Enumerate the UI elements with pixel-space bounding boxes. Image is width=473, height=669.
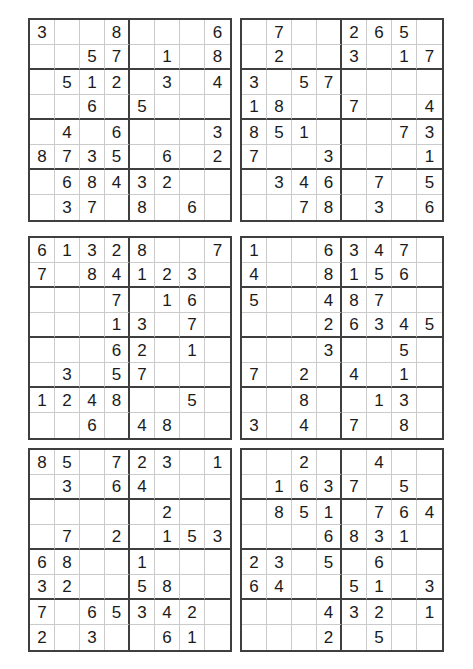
cell-r5c3: [80, 120, 105, 145]
cell-r8c4: [105, 413, 130, 438]
cell-r7c1: [242, 170, 267, 195]
cell-r4c7: [392, 95, 417, 120]
cell-r8c4: 8: [317, 195, 342, 220]
cell-r7c4: 4: [105, 170, 130, 195]
cell-r6c4: [105, 575, 130, 600]
cell-r2c7: 3: [180, 263, 205, 288]
cell-r7c8: [417, 388, 442, 413]
cell-r2c2: 2: [267, 45, 292, 70]
cell-r1c4: [317, 450, 342, 475]
cell-r1c7: [180, 238, 205, 263]
cell-r1c8: [417, 450, 442, 475]
cell-r2c4: 8: [317, 263, 342, 288]
cell-r4c1: [30, 313, 55, 338]
cell-r4c7: 5: [180, 525, 205, 550]
cell-r2c2: [55, 263, 80, 288]
cell-r1c1: 6: [30, 238, 55, 263]
cell-r3c5: [130, 288, 155, 313]
cell-r1c6: 4: [367, 450, 392, 475]
cell-r7c6: [155, 388, 180, 413]
cell-r5c8: [417, 550, 442, 575]
cell-r5c2: 4: [55, 120, 80, 145]
sudoku-grid-4: 16347481565487263453572418133478: [240, 236, 444, 440]
cell-r4c6: [367, 95, 392, 120]
cell-r8c8: [205, 195, 230, 220]
cell-r4c6: 3: [367, 525, 392, 550]
cell-r1c2: 5: [55, 450, 80, 475]
cell-r8c1: [30, 413, 55, 438]
cell-r3c7: [392, 70, 417, 95]
cell-r5c5: [130, 120, 155, 145]
cell-r7c5: [130, 388, 155, 413]
cell-r3c1: 3: [242, 70, 267, 95]
cell-r5c6: [155, 338, 180, 363]
cell-r1c4: 6: [317, 238, 342, 263]
cell-r8c7: [180, 413, 205, 438]
cell-r3c4: [105, 500, 130, 525]
cell-r1c1: [242, 20, 267, 45]
cell-r1c3: [80, 450, 105, 475]
cell-r4c8: 3: [205, 525, 230, 550]
sudoku-grid-3: 61328778412371613762135712485648: [28, 236, 232, 440]
cell-r8c4: [317, 413, 342, 438]
cell-r8c5: 7: [342, 413, 367, 438]
cell-r4c5: 7: [342, 95, 367, 120]
cell-r1c7: [180, 20, 205, 45]
cell-r2c3: [292, 45, 317, 70]
cell-r2c8: [417, 475, 442, 500]
cell-r3c1: [30, 70, 55, 95]
cell-r1c3: [292, 238, 317, 263]
cell-r4c2: [267, 313, 292, 338]
cell-r6c4: [317, 363, 342, 388]
cell-r4c1: 1: [242, 95, 267, 120]
cell-r5c8: [417, 338, 442, 363]
cell-r7c5: 3: [342, 600, 367, 625]
cell-r2c1: [30, 45, 55, 70]
cell-r6c7: [180, 363, 205, 388]
cell-r3c6: [367, 70, 392, 95]
cell-r2c8: [205, 475, 230, 500]
cell-r6c3: [80, 363, 105, 388]
cell-r1c6: 3: [155, 450, 180, 475]
cell-r5c1: [30, 120, 55, 145]
cell-r6c8: [205, 363, 230, 388]
cell-r6c1: 7: [242, 145, 267, 170]
cell-r6c1: 8: [30, 145, 55, 170]
cell-r3c5: [130, 70, 155, 95]
cell-r7c7: 2: [180, 600, 205, 625]
cell-r5c1: [30, 338, 55, 363]
cell-r3c1: [30, 288, 55, 313]
cell-r3c5: [342, 500, 367, 525]
cell-r6c3: [80, 575, 105, 600]
cell-r8c8: [205, 625, 230, 650]
cell-r4c6: 3: [367, 313, 392, 338]
sudoku-grid-5: 85723136427215368132587653422361: [28, 448, 232, 652]
cell-r4c5: [130, 525, 155, 550]
cell-r8c3: 7: [292, 195, 317, 220]
cell-r6c1: 6: [242, 575, 267, 600]
cell-r7c7: 3: [392, 388, 417, 413]
cell-r3c3: [80, 500, 105, 525]
cell-r4c8: [205, 313, 230, 338]
cell-r1c7: [392, 450, 417, 475]
cell-r5c4: 3: [317, 338, 342, 363]
cell-r6c6: 8: [155, 575, 180, 600]
cell-r3c7: [180, 500, 205, 525]
cell-r5c1: 8: [242, 120, 267, 145]
cell-r4c2: [55, 95, 80, 120]
cell-r4c2: 8: [267, 95, 292, 120]
cell-r5c6: [367, 120, 392, 145]
cell-r6c5: 4: [342, 363, 367, 388]
cell-r3c3: [292, 288, 317, 313]
cell-r6c1: 7: [242, 363, 267, 388]
cell-r7c2: 6: [55, 170, 80, 195]
cell-r4c1: [242, 313, 267, 338]
cell-r1c5: 2: [342, 20, 367, 45]
cell-r7c5: 3: [130, 170, 155, 195]
cell-r2c6: [367, 475, 392, 500]
cell-r1c6: [155, 20, 180, 45]
cell-r3c8: [417, 70, 442, 95]
cell-r5c2: 3: [267, 550, 292, 575]
sudoku-grid-2: 72652317357187485173731346757836: [240, 18, 444, 222]
cell-r7c7: 5: [180, 388, 205, 413]
cell-r4c3: 6: [80, 95, 105, 120]
cell-r8c5: [342, 625, 367, 650]
cell-r1c1: 8: [30, 450, 55, 475]
cell-r2c5: 1: [342, 263, 367, 288]
cell-r8c1: [242, 625, 267, 650]
cell-r2c1: 7: [30, 263, 55, 288]
cell-r3c4: 2: [105, 70, 130, 95]
cell-r1c1: 1: [242, 238, 267, 263]
cell-r5c5: 1: [130, 550, 155, 575]
cell-r5c8: [205, 338, 230, 363]
cell-r7c1: 1: [30, 388, 55, 413]
cell-r5c4: 6: [105, 120, 130, 145]
cell-r1c7: [180, 450, 205, 475]
cell-r5c1: 6: [30, 550, 55, 575]
cell-r5c5: 2: [130, 338, 155, 363]
cell-r6c2: 4: [267, 575, 292, 600]
cell-r6c2: 3: [55, 363, 80, 388]
cell-r1c5: [342, 450, 367, 475]
cell-r3c2: [55, 288, 80, 313]
cell-r1c6: 6: [367, 20, 392, 45]
cell-r2c3: 5: [80, 45, 105, 70]
cell-r7c4: [317, 388, 342, 413]
cell-r5c3: 1: [292, 120, 317, 145]
cell-r8c2: [267, 625, 292, 650]
cell-r3c2: 8: [267, 500, 292, 525]
cell-r4c2: [55, 313, 80, 338]
cell-r6c8: 3: [417, 575, 442, 600]
cell-r2c4: 3: [317, 475, 342, 500]
cell-r5c3: [80, 338, 105, 363]
cell-r1c2: [267, 450, 292, 475]
cell-r6c4: [317, 575, 342, 600]
cell-r4c3: [292, 95, 317, 120]
sudoku-grid-1: 38657185123465463873562684323786: [28, 18, 232, 222]
cell-r8c3: [292, 625, 317, 650]
cell-r4c5: 6: [342, 313, 367, 338]
cell-r4c6: [155, 313, 180, 338]
cell-r3c6: 3: [155, 70, 180, 95]
cell-r2c4: 4: [105, 263, 130, 288]
cell-r4c7: 4: [392, 313, 417, 338]
cell-r8c5: 8: [130, 195, 155, 220]
cell-r1c2: 7: [267, 20, 292, 45]
cell-r4c5: 5: [130, 95, 155, 120]
cell-r5c2: [267, 338, 292, 363]
cell-r3c7: [392, 288, 417, 313]
cell-r3c8: 4: [417, 500, 442, 525]
cell-r1c5: 8: [130, 238, 155, 263]
cell-r8c4: [105, 625, 130, 650]
cell-r1c3: [292, 20, 317, 45]
cell-r4c2: 7: [55, 525, 80, 550]
cell-r2c5: 4: [130, 475, 155, 500]
cell-r8c3: 7: [80, 195, 105, 220]
cell-r5c3: [292, 338, 317, 363]
cell-r5c3: [80, 550, 105, 575]
cell-r8c7: 1: [180, 625, 205, 650]
cell-r2c3: 8: [80, 263, 105, 288]
cell-r5c6: [367, 338, 392, 363]
cell-r5c7: [392, 550, 417, 575]
cell-r4c8: 5: [417, 313, 442, 338]
cell-r7c2: 3: [267, 170, 292, 195]
cell-r5c3: [292, 550, 317, 575]
cell-r1c5: 3: [342, 238, 367, 263]
cell-r7c3: 4: [292, 170, 317, 195]
cell-r7c3: [292, 600, 317, 625]
cell-r4c8: 4: [417, 95, 442, 120]
cell-r8c6: [155, 195, 180, 220]
cell-r2c4: 6: [105, 475, 130, 500]
cell-r3c3: 5: [292, 500, 317, 525]
cell-r4c4: [317, 95, 342, 120]
cell-r8c6: 8: [155, 413, 180, 438]
cell-r8c1: 2: [30, 625, 55, 650]
cell-r8c3: 4: [292, 413, 317, 438]
cell-r5c6: [155, 550, 180, 575]
cell-r7c3: 4: [80, 388, 105, 413]
cell-r5c8: 3: [205, 120, 230, 145]
cell-r6c1: 3: [30, 575, 55, 600]
cell-r6c6: [155, 363, 180, 388]
cell-r8c2: [55, 625, 80, 650]
cell-r4c6: 1: [155, 525, 180, 550]
cell-r4c3: [80, 525, 105, 550]
cell-r4c4: [105, 95, 130, 120]
cell-r3c1: 5: [242, 288, 267, 313]
cell-r2c6: 2: [155, 263, 180, 288]
cell-r5c7: 7: [392, 120, 417, 145]
cell-r5c2: [55, 338, 80, 363]
cell-r2c1: [242, 475, 267, 500]
cell-r6c5: 5: [342, 575, 367, 600]
cell-r2c4: 7: [105, 45, 130, 70]
cell-r4c3: [80, 313, 105, 338]
cell-r8c6: 6: [155, 625, 180, 650]
cell-r2c7: 6: [392, 263, 417, 288]
cell-r2c3: 6: [292, 475, 317, 500]
cell-r7c5: 3: [130, 600, 155, 625]
cell-r6c5: [130, 145, 155, 170]
cell-r5c5: [342, 550, 367, 575]
cell-r6c7: [392, 575, 417, 600]
cell-r6c6: 6: [155, 145, 180, 170]
cell-r1c4: 2: [105, 238, 130, 263]
cell-r6c3: [292, 145, 317, 170]
cell-r5c2: 8: [55, 550, 80, 575]
cell-r8c7: [392, 195, 417, 220]
cell-r5c1: 2: [242, 550, 267, 575]
cell-r5c4: [317, 120, 342, 145]
cell-r7c5: [342, 170, 367, 195]
cell-r4c1: [242, 525, 267, 550]
cell-r1c8: [417, 238, 442, 263]
cell-r1c7: 7: [392, 238, 417, 263]
cell-r2c6: [367, 45, 392, 70]
cell-r2c5: 7: [342, 475, 367, 500]
cell-r6c4: 5: [105, 363, 130, 388]
cell-r3c8: [417, 288, 442, 313]
cell-r7c6: 7: [367, 170, 392, 195]
cell-r1c8: 6: [205, 20, 230, 45]
cell-r2c8: 8: [205, 45, 230, 70]
cell-r1c6: 4: [367, 238, 392, 263]
cell-r5c5: [342, 338, 367, 363]
cell-r6c4: 5: [105, 145, 130, 170]
cell-r3c7: 6: [180, 288, 205, 313]
cell-r3c5: [130, 500, 155, 525]
cell-r2c7: [180, 45, 205, 70]
cell-r2c7: 5: [392, 475, 417, 500]
cell-r8c4: 2: [317, 625, 342, 650]
cell-r6c2: [267, 145, 292, 170]
cell-r4c5: 8: [342, 525, 367, 550]
cell-r3c6: 7: [367, 288, 392, 313]
cell-r8c7: [392, 625, 417, 650]
cell-r1c2: [55, 20, 80, 45]
cell-r4c4: 6: [317, 525, 342, 550]
cell-r4c3: [292, 313, 317, 338]
cell-r7c8: [205, 600, 230, 625]
cell-r2c6: 1: [155, 45, 180, 70]
cell-r6c7: 1: [392, 363, 417, 388]
cell-r6c5: 5: [130, 575, 155, 600]
cell-r7c1: 7: [30, 600, 55, 625]
cell-r5c6: 6: [367, 550, 392, 575]
cell-r6c8: [205, 575, 230, 600]
cell-r8c2: [267, 413, 292, 438]
cell-r3c1: [30, 500, 55, 525]
cell-r2c6: [155, 475, 180, 500]
cell-r6c4: 3: [317, 145, 342, 170]
cell-r3c2: [55, 500, 80, 525]
cell-r5c4: [105, 550, 130, 575]
cell-r6c6: [367, 363, 392, 388]
cell-r8c2: [267, 195, 292, 220]
sudoku-grid-6: 24163758517646831235664513432125: [240, 448, 444, 652]
cell-r7c8: 5: [417, 170, 442, 195]
cell-r7c3: 8: [80, 170, 105, 195]
cell-r7c7: [392, 170, 417, 195]
cell-r7c7: [392, 600, 417, 625]
cell-r7c4: 6: [317, 170, 342, 195]
cell-r2c2: [267, 263, 292, 288]
cell-r3c4: 7: [105, 288, 130, 313]
cell-r6c7: [392, 145, 417, 170]
cell-r4c5: 3: [130, 313, 155, 338]
cell-r3c6: 2: [155, 500, 180, 525]
cell-r3c4: 1: [317, 500, 342, 525]
cell-r1c2: [267, 238, 292, 263]
cell-r8c1: [30, 195, 55, 220]
cell-r8c5: 4: [130, 413, 155, 438]
cell-r5c7: 5: [392, 338, 417, 363]
cell-r4c1: [30, 525, 55, 550]
cell-r3c2: 5: [55, 70, 80, 95]
cell-r3c8: [205, 288, 230, 313]
cell-r8c1: 3: [242, 413, 267, 438]
cell-r6c6: [367, 145, 392, 170]
cell-r7c2: [55, 600, 80, 625]
cell-r4c7: 7: [180, 313, 205, 338]
cell-r8c7: 8: [392, 413, 417, 438]
cell-r8c6: [367, 413, 392, 438]
cell-r1c6: [155, 238, 180, 263]
cell-r2c5: 3: [342, 45, 367, 70]
cell-r2c1: [30, 475, 55, 500]
cell-r8c5: [130, 625, 155, 650]
cell-r3c6: 7: [367, 500, 392, 525]
cell-r2c2: [55, 45, 80, 70]
cell-r7c1: [242, 600, 267, 625]
cell-r1c7: 5: [392, 20, 417, 45]
cell-r7c6: 4: [155, 600, 180, 625]
cell-r1c2: 1: [55, 238, 80, 263]
cell-r6c5: [342, 145, 367, 170]
cell-r2c2: 1: [267, 475, 292, 500]
cell-r7c1: [242, 388, 267, 413]
cell-r3c3: 1: [80, 70, 105, 95]
cell-r4c3: [292, 525, 317, 550]
cell-r2c7: 1: [392, 45, 417, 70]
cell-r5c8: [205, 550, 230, 575]
cell-r6c3: 3: [80, 145, 105, 170]
cell-r4c6: [155, 95, 180, 120]
cell-r7c7: [180, 170, 205, 195]
cell-r2c8: [417, 263, 442, 288]
cell-r6c6: 1: [367, 575, 392, 600]
cell-r4c4: 2: [317, 313, 342, 338]
cell-r5c1: [242, 338, 267, 363]
cell-r4c4: 2: [105, 525, 130, 550]
cell-r7c3: 8: [292, 388, 317, 413]
sudoku-sheet: 38657185123465463873562684323786 7265231…: [0, 0, 473, 669]
cell-r7c4: 5: [105, 600, 130, 625]
cell-r6c7: [180, 575, 205, 600]
cell-r8c1: [242, 195, 267, 220]
cell-r8c7: 6: [180, 195, 205, 220]
cell-r7c2: 2: [55, 388, 80, 413]
